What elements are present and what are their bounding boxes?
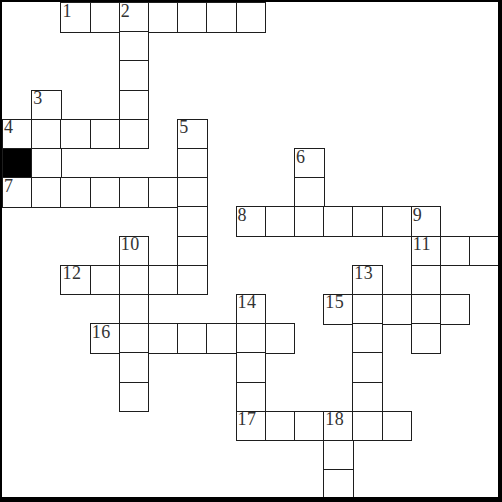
cell-r2c4[interactable] bbox=[119, 60, 150, 91]
cell-r9c5[interactable] bbox=[148, 265, 179, 296]
cell-r7c13[interactable] bbox=[382, 206, 413, 237]
crossword-grid: 123456789101112131415161718 bbox=[3, 3, 499, 499]
cell-r0c8[interactable] bbox=[236, 2, 267, 33]
cell-r11c12[interactable] bbox=[352, 323, 383, 354]
cell-r0c7[interactable] bbox=[206, 2, 237, 33]
cell-r7c9[interactable] bbox=[265, 206, 296, 237]
cell-r8c15[interactable] bbox=[440, 236, 471, 267]
cell-r9c14[interactable] bbox=[411, 265, 442, 296]
cell-r8c6[interactable] bbox=[177, 236, 208, 267]
clue-number-10: 10 bbox=[121, 235, 140, 253]
cell-r6c4[interactable] bbox=[119, 177, 150, 208]
cell-r4c2[interactable] bbox=[60, 119, 91, 150]
clue-number-11: 11 bbox=[413, 235, 431, 253]
clue-number-3: 3 bbox=[33, 89, 43, 107]
cell-r11c14[interactable] bbox=[411, 323, 442, 354]
cell-r8c16[interactable] bbox=[469, 236, 500, 267]
cell-r11c4[interactable] bbox=[119, 323, 150, 354]
clue-number-14: 14 bbox=[238, 293, 257, 311]
cell-r13c8[interactable] bbox=[236, 382, 267, 413]
cell-r11c5[interactable] bbox=[148, 323, 179, 354]
cell-r11c7[interactable] bbox=[206, 323, 237, 354]
cell-r6c1[interactable] bbox=[31, 177, 62, 208]
clue-number-2: 2 bbox=[121, 2, 131, 20]
cell-r3c1[interactable]: 3 bbox=[31, 90, 62, 121]
cell-r4c6[interactable]: 5 bbox=[177, 119, 208, 150]
cell-r10c8[interactable]: 14 bbox=[236, 294, 267, 325]
cell-r9c12[interactable]: 13 bbox=[352, 265, 383, 296]
cell-r1c4[interactable] bbox=[119, 31, 150, 62]
cell-r5c1[interactable] bbox=[31, 148, 62, 179]
clue-number-7: 7 bbox=[4, 177, 14, 195]
cell-r15c11[interactable] bbox=[323, 440, 354, 471]
cell-r14c12[interactable] bbox=[352, 411, 383, 442]
crossword-board-frame: 123456789101112131415161718 bbox=[0, 0, 502, 502]
cell-r8c4[interactable]: 10 bbox=[119, 236, 150, 267]
cell-r6c6[interactable] bbox=[177, 177, 208, 208]
cell-r14c11[interactable]: 18 bbox=[323, 411, 354, 442]
cell-r5c10[interactable]: 6 bbox=[294, 148, 325, 179]
cell-r11c8[interactable] bbox=[236, 323, 267, 354]
cell-r3c4[interactable] bbox=[119, 90, 150, 121]
cell-r13c12[interactable] bbox=[352, 382, 383, 413]
clue-number-5: 5 bbox=[179, 118, 189, 136]
crossword-puzzle-page: 123456789101112131415161718 bbox=[0, 0, 502, 502]
cell-r4c4[interactable] bbox=[119, 119, 150, 150]
cell-r12c12[interactable] bbox=[352, 352, 383, 383]
cell-r7c14[interactable]: 9 bbox=[411, 206, 442, 237]
cell-r7c12[interactable] bbox=[352, 206, 383, 237]
clue-number-6: 6 bbox=[296, 148, 306, 166]
cell-r7c10[interactable] bbox=[294, 206, 325, 237]
cell-r0c3[interactable] bbox=[90, 2, 121, 33]
cell-r8c14[interactable]: 11 bbox=[411, 236, 442, 267]
cell-r6c0[interactable]: 7 bbox=[2, 177, 33, 208]
clue-number-9: 9 bbox=[413, 206, 423, 224]
clue-number-12: 12 bbox=[62, 264, 81, 282]
clue-number-15: 15 bbox=[325, 293, 344, 311]
cell-r7c11[interactable] bbox=[323, 206, 354, 237]
blocked-cell-r5c0 bbox=[2, 148, 33, 179]
cell-r4c3[interactable] bbox=[90, 119, 121, 150]
cell-r0c6[interactable] bbox=[177, 2, 208, 33]
cell-r6c3[interactable] bbox=[90, 177, 121, 208]
cell-r7c6[interactable] bbox=[177, 206, 208, 237]
cell-r9c4[interactable] bbox=[119, 265, 150, 296]
cell-r13c4[interactable] bbox=[119, 382, 150, 413]
cell-r6c10[interactable] bbox=[294, 177, 325, 208]
cell-r10c14[interactable] bbox=[411, 294, 442, 325]
clue-number-16: 16 bbox=[92, 323, 111, 341]
cell-r0c2[interactable]: 1 bbox=[60, 2, 91, 33]
cell-r14c8[interactable]: 17 bbox=[236, 411, 267, 442]
clue-number-1: 1 bbox=[62, 2, 72, 20]
clue-number-18: 18 bbox=[325, 410, 344, 428]
cell-r10c13[interactable] bbox=[382, 294, 413, 325]
cell-r10c4[interactable] bbox=[119, 294, 150, 325]
cell-r4c0[interactable]: 4 bbox=[2, 119, 33, 150]
clue-number-8: 8 bbox=[238, 206, 248, 224]
cell-r9c3[interactable] bbox=[90, 265, 121, 296]
cell-r5c6[interactable] bbox=[177, 148, 208, 179]
cell-r7c8[interactable]: 8 bbox=[236, 206, 267, 237]
cell-r10c15[interactable] bbox=[440, 294, 471, 325]
cell-r10c11[interactable]: 15 bbox=[323, 294, 354, 325]
cell-r14c9[interactable] bbox=[265, 411, 296, 442]
cell-r0c5[interactable] bbox=[148, 2, 179, 33]
cell-r12c8[interactable] bbox=[236, 352, 267, 383]
clue-number-17: 17 bbox=[238, 410, 257, 428]
cell-r6c5[interactable] bbox=[148, 177, 179, 208]
cell-r10c12[interactable] bbox=[352, 294, 383, 325]
cell-r14c13[interactable] bbox=[382, 411, 413, 442]
cell-r9c6[interactable] bbox=[177, 265, 208, 296]
cell-r12c4[interactable] bbox=[119, 352, 150, 383]
cell-r11c6[interactable] bbox=[177, 323, 208, 354]
cell-r14c10[interactable] bbox=[294, 411, 325, 442]
cell-r6c2[interactable] bbox=[60, 177, 91, 208]
clue-number-13: 13 bbox=[354, 264, 373, 282]
cell-r11c3[interactable]: 16 bbox=[90, 323, 121, 354]
cell-r4c1[interactable] bbox=[31, 119, 62, 150]
cell-r0c4[interactable]: 2 bbox=[119, 2, 150, 33]
cell-r11c9[interactable] bbox=[265, 323, 296, 354]
cell-r16c11[interactable] bbox=[323, 469, 354, 500]
clue-number-4: 4 bbox=[4, 118, 14, 136]
cell-r9c2[interactable]: 12 bbox=[60, 265, 91, 296]
